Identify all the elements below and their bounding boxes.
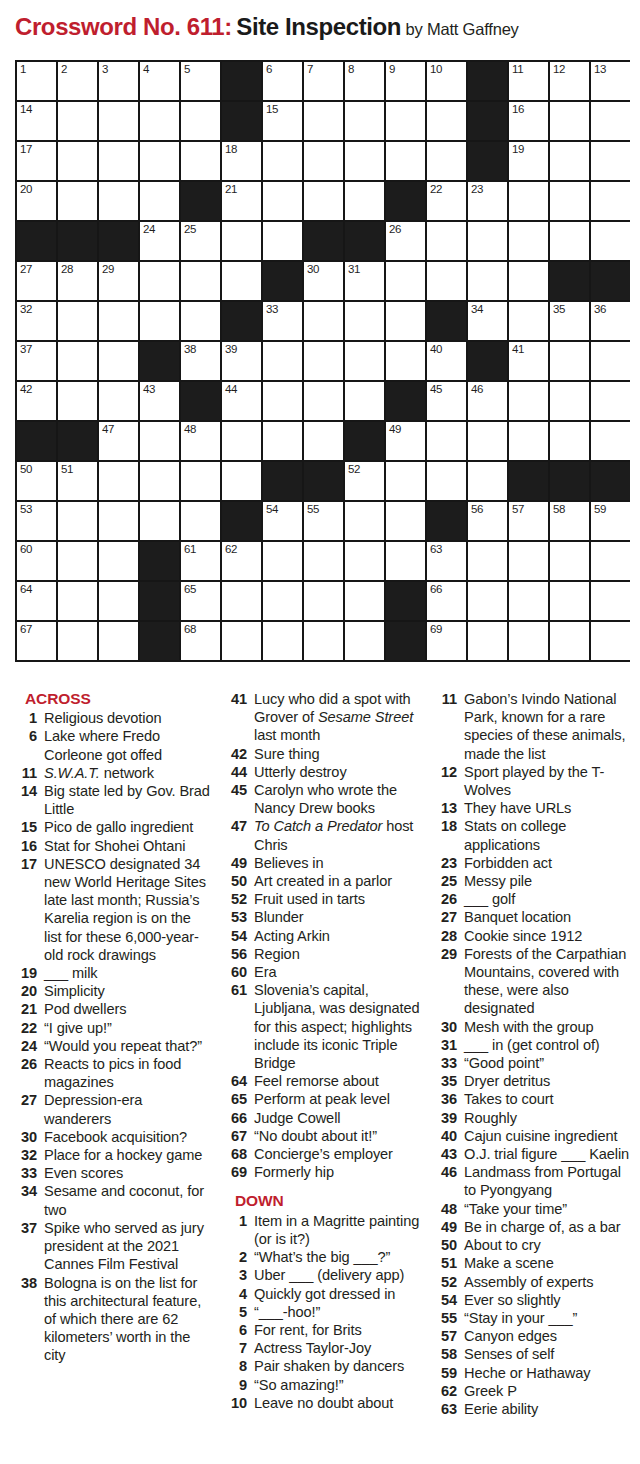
grid-cell-r9c7[interactable] xyxy=(263,382,302,420)
grid-cell-r8c5[interactable]: 38 xyxy=(181,342,220,380)
clue-text: Stat for Shohei Ohtani xyxy=(44,837,211,855)
grid-cell-r4c11[interactable]: 22 xyxy=(427,182,466,220)
grid-cell-r5c15[interactable] xyxy=(591,222,630,260)
clue-down-58: 58Senses of self xyxy=(435,1345,631,1363)
grid-cell-r6c6[interactable] xyxy=(222,262,261,300)
grid-cell-r10c7[interactable] xyxy=(263,422,302,460)
clue-number: 52 xyxy=(225,890,254,908)
grid-cell-r14c2[interactable] xyxy=(58,582,97,620)
grid-cell-r12c2[interactable] xyxy=(58,502,97,540)
grid-cell-r2c4[interactable] xyxy=(140,102,179,140)
cell-number-31: 31 xyxy=(348,263,360,275)
grid-cell-r6c9[interactable]: 31 xyxy=(345,262,384,300)
grid-cell-r10c4[interactable] xyxy=(140,422,179,460)
grid-cell-r1c8[interactable]: 7 xyxy=(304,62,343,100)
clue-down-51: 51Make a scene xyxy=(435,1254,631,1272)
grid-cell-r6c2[interactable]: 28 xyxy=(58,262,97,300)
grid-cell-r15c6[interactable] xyxy=(222,622,261,660)
grid-cell-r13c14[interactable] xyxy=(550,542,589,580)
grid-cell-r3c14[interactable] xyxy=(550,142,589,180)
grid-cell-r14c14[interactable] xyxy=(550,582,589,620)
clue-number: 27 xyxy=(15,1091,44,1109)
grid-cell-r9c12[interactable]: 46 xyxy=(468,382,507,420)
block-cell-r5c3 xyxy=(99,222,138,260)
grid-cell-r11c10[interactable] xyxy=(386,462,425,500)
byline: by Matt Gaffney xyxy=(405,20,518,38)
clue-across-64: 64Feel remorse about xyxy=(225,1072,421,1090)
grid-cell-r12c4[interactable] xyxy=(140,502,179,540)
grid-cell-r8c1[interactable]: 37 xyxy=(17,342,56,380)
clue-number: 13 xyxy=(435,799,464,817)
clue-across-37: 37Spike who served as jury president at … xyxy=(15,1219,211,1274)
clue-across-14: 14Big state led by Gov. Brad Little xyxy=(15,782,211,818)
block-cell-r2c6 xyxy=(222,102,261,140)
grid-cell-r14c12[interactable] xyxy=(468,582,507,620)
grid-cell-r3c1[interactable]: 17 xyxy=(17,142,56,180)
clue-number: 33 xyxy=(15,1164,44,1182)
grid-cell-r4c6[interactable]: 21 xyxy=(222,182,261,220)
grid-cell-r7c15[interactable]: 36 xyxy=(591,302,630,340)
clue-down-31: 31___ in (get control of) xyxy=(435,1036,631,1054)
grid-cell-r3c6[interactable]: 18 xyxy=(222,142,261,180)
grid-cell-r5c6[interactable] xyxy=(222,222,261,260)
clue-number: 65 xyxy=(225,1090,254,1108)
grid-cell-r5c11[interactable] xyxy=(427,222,466,260)
block-cell-r5c1 xyxy=(17,222,56,260)
grid-cell-r7c12[interactable]: 34 xyxy=(468,302,507,340)
grid-cell-r2c1[interactable]: 14 xyxy=(17,102,56,140)
grid-cell-r1c10[interactable]: 9 xyxy=(386,62,425,100)
cell-number-43: 43 xyxy=(143,383,155,395)
clue-across-21: 21Pod dwellers xyxy=(15,1000,211,1018)
grid-cell-r15c13[interactable] xyxy=(509,622,548,660)
clue-number: 54 xyxy=(435,1291,464,1309)
clues-section: ACROSS1Religious devotion6Lake where Fre… xyxy=(15,690,631,1418)
clue-text: Greek P xyxy=(464,1382,631,1400)
cell-number-52: 52 xyxy=(348,463,360,475)
grid-cell-r8c6[interactable]: 39 xyxy=(222,342,261,380)
grid-cell-r15c15[interactable] xyxy=(591,622,630,660)
grid-cell-r1c1[interactable]: 1 xyxy=(17,62,56,100)
grid-cell-r11c11[interactable] xyxy=(427,462,466,500)
clue-text: Region xyxy=(254,945,421,963)
grid-cell-r12c10[interactable] xyxy=(386,502,425,540)
grid-cell-r15c7[interactable] xyxy=(263,622,302,660)
grid-cell-r6c8[interactable]: 30 xyxy=(304,262,343,300)
grid-cell-r9c11[interactable]: 45 xyxy=(427,382,466,420)
grid-cell-r13c3[interactable] xyxy=(99,542,138,580)
grid-cell-r7c10[interactable] xyxy=(386,302,425,340)
grid-cell-r11c5[interactable] xyxy=(181,462,220,500)
grid-cell-r6c4[interactable] xyxy=(140,262,179,300)
grid-cell-r12c13[interactable]: 57 xyxy=(509,502,548,540)
grid-cell-r4c4[interactable] xyxy=(140,182,179,220)
clue-text: Feel remorse about xyxy=(254,1072,421,1090)
clue-number: 40 xyxy=(435,1127,464,1145)
grid-cell-r3c10[interactable] xyxy=(386,142,425,180)
grid-cell-r14c3[interactable] xyxy=(99,582,138,620)
block-cell-r15c4 xyxy=(140,622,179,660)
clue-number: 39 xyxy=(435,1109,464,1127)
grid-cell-r3c2[interactable] xyxy=(58,142,97,180)
grid-cell-r15c5[interactable]: 68 xyxy=(181,622,220,660)
grid-cell-r5c12[interactable] xyxy=(468,222,507,260)
grid-cell-r13c7[interactable] xyxy=(263,542,302,580)
grid-cell-r4c9[interactable] xyxy=(345,182,384,220)
cell-number-13: 13 xyxy=(594,63,606,75)
grid-cell-r15c11[interactable]: 69 xyxy=(427,622,466,660)
clue-column-3: 11Gabon’s Ivindo National Park, known fo… xyxy=(435,690,631,1418)
clue-number: 37 xyxy=(15,1219,44,1237)
grid-cell-r9c14[interactable] xyxy=(550,382,589,420)
cell-number-59: 59 xyxy=(594,503,606,515)
grid-cell-r12c12[interactable]: 56 xyxy=(468,502,507,540)
grid-cell-r2c13[interactable]: 16 xyxy=(509,102,548,140)
grid-cell-r12c1[interactable]: 53 xyxy=(17,502,56,540)
clue-down-57: 57Canyon edges xyxy=(435,1327,631,1345)
grid-cell-r9c4[interactable]: 43 xyxy=(140,382,179,420)
grid-cell-r9c1[interactable]: 42 xyxy=(17,382,56,420)
grid-cell-r13c8[interactable] xyxy=(304,542,343,580)
grid-cell-r10c8[interactable] xyxy=(304,422,343,460)
grid-cell-r7c14[interactable]: 35 xyxy=(550,302,589,340)
grid-cell-r9c15[interactable] xyxy=(591,382,630,420)
clue-across-65: 65Perform at peak level xyxy=(225,1090,421,1108)
clue-number: 67 xyxy=(225,1127,254,1145)
clue-text: Banquet location xyxy=(464,908,631,926)
grid-cell-r11c9[interactable]: 52 xyxy=(345,462,384,500)
clue-across-20: 20Simplicity xyxy=(15,982,211,1000)
clue-across-45: 45Carolyn who wrote the Nancy Drew books xyxy=(225,781,421,817)
grid-cell-r15c3[interactable] xyxy=(99,622,138,660)
grid-cell-r15c12[interactable] xyxy=(468,622,507,660)
grid-cell-r9c13[interactable] xyxy=(509,382,548,420)
clue-number: 47 xyxy=(225,817,254,835)
grid-cell-r1c15[interactable]: 13 xyxy=(591,62,630,100)
grid-cell-r9c8[interactable] xyxy=(304,382,343,420)
grid-cell-r9c9[interactable] xyxy=(345,382,384,420)
grid-cell-r15c9[interactable] xyxy=(345,622,384,660)
grid-cell-r7c8[interactable] xyxy=(304,302,343,340)
grid-cell-r10c13[interactable] xyxy=(509,422,548,460)
grid-cell-r1c11[interactable]: 10 xyxy=(427,62,466,100)
clue-down-36: 36Takes to court xyxy=(435,1090,631,1108)
grid-cell-r6c10[interactable] xyxy=(386,262,425,300)
grid-cell-r2c15[interactable] xyxy=(591,102,630,140)
grid-cell-r2c9[interactable] xyxy=(345,102,384,140)
grid-cell-r11c6[interactable] xyxy=(222,462,261,500)
clue-down-63: 63Eerie ability xyxy=(435,1400,631,1418)
grid-cell-r13c6[interactable]: 62 xyxy=(222,542,261,580)
grid-cell-r15c2[interactable] xyxy=(58,622,97,660)
clue-text: Art created in a parlor xyxy=(254,872,421,890)
cell-number-9: 9 xyxy=(389,63,395,75)
grid-cell-r12c9[interactable] xyxy=(345,502,384,540)
grid-cell-r13c11[interactable]: 63 xyxy=(427,542,466,580)
grid-cell-r7c5[interactable] xyxy=(181,302,220,340)
block-cell-r9c5 xyxy=(181,382,220,420)
clue-text: Make a scene xyxy=(464,1254,631,1272)
clue-down-23: 23Forbidden act xyxy=(435,854,631,872)
clue-text: They have URLs xyxy=(464,799,631,817)
grid-cell-r4c12[interactable]: 23 xyxy=(468,182,507,220)
clue-number: 16 xyxy=(15,837,44,855)
grid-cell-r12c3[interactable] xyxy=(99,502,138,540)
cell-number-27: 27 xyxy=(20,263,32,275)
grid-cell-r1c14[interactable]: 12 xyxy=(550,62,589,100)
grid-cell-r3c5[interactable] xyxy=(181,142,220,180)
block-cell-r13c4 xyxy=(140,542,179,580)
block-cell-r2c12 xyxy=(468,102,507,140)
cell-number-33: 33 xyxy=(266,303,278,315)
grid-cell-r11c1[interactable]: 50 xyxy=(17,462,56,500)
grid-cell-r6c3[interactable]: 29 xyxy=(99,262,138,300)
grid-cell-r1c2[interactable]: 2 xyxy=(58,62,97,100)
grid-cell-r5c7[interactable] xyxy=(263,222,302,260)
grid-cell-r3c13[interactable]: 19 xyxy=(509,142,548,180)
grid-cell-r5c13[interactable] xyxy=(509,222,548,260)
grid-cell-r7c2[interactable] xyxy=(58,302,97,340)
grid-cell-r12c8[interactable]: 55 xyxy=(304,502,343,540)
grid-cell-r8c11[interactable]: 40 xyxy=(427,342,466,380)
clue-text: Perform at peak level xyxy=(254,1090,421,1108)
clue-down-52: 52Assembly of experts xyxy=(435,1273,631,1291)
grid-cell-r13c15[interactable] xyxy=(591,542,630,580)
grid-cell-r12c15[interactable]: 59 xyxy=(591,502,630,540)
grid-cell-r10c10[interactable]: 49 xyxy=(386,422,425,460)
grid-cell-r14c6[interactable] xyxy=(222,582,261,620)
clue-text: For rent, for Brits xyxy=(254,1321,421,1339)
clue-text: Lake where Fredo Corleone got offed xyxy=(44,727,211,763)
grid-cell-r10c14[interactable] xyxy=(550,422,589,460)
grid-cell-r1c9[interactable]: 8 xyxy=(345,62,384,100)
grid-cell-r12c5[interactable] xyxy=(181,502,220,540)
clue-down-26: 26___ golf xyxy=(435,890,631,908)
grid-cell-r7c9[interactable] xyxy=(345,302,384,340)
grid-cell-r3c15[interactable] xyxy=(591,142,630,180)
clue-number: 62 xyxy=(435,1382,464,1400)
clue-across-60: 60Era xyxy=(225,963,421,981)
grid-cell-r5c10[interactable]: 26 xyxy=(386,222,425,260)
grid-cell-r9c3[interactable] xyxy=(99,382,138,420)
cell-number-3: 3 xyxy=(102,63,108,75)
grid-cell-r1c4[interactable]: 4 xyxy=(140,62,179,100)
grid-cell-r5c4[interactable]: 24 xyxy=(140,222,179,260)
grid-cell-r10c6[interactable] xyxy=(222,422,261,460)
grid-cell-r10c11[interactable] xyxy=(427,422,466,460)
grid-cell-r15c1[interactable]: 67 xyxy=(17,622,56,660)
clue-number: 48 xyxy=(435,1200,464,1218)
clue-down-6: 6For rent, for Brits xyxy=(225,1321,421,1339)
grid-cell-r2c5[interactable] xyxy=(181,102,220,140)
grid-cell-r6c1[interactable]: 27 xyxy=(17,262,56,300)
grid-cell-r10c3[interactable]: 47 xyxy=(99,422,138,460)
grid-cell-r4c1[interactable]: 20 xyxy=(17,182,56,220)
clue-text: About to cry xyxy=(464,1236,631,1254)
clue-text: Spike who served as jury president at th… xyxy=(44,1219,211,1274)
cell-number-57: 57 xyxy=(512,503,524,515)
grid-cell-r8c9[interactable] xyxy=(345,342,384,380)
grid-cell-r3c3[interactable] xyxy=(99,142,138,180)
clue-down-25: 25Messy pile xyxy=(435,872,631,890)
clue-across-54: 54Acting Arkin xyxy=(225,927,421,945)
grid-cell-r4c15[interactable] xyxy=(591,182,630,220)
clue-number: 54 xyxy=(225,927,254,945)
grid-cell-r2c2[interactable] xyxy=(58,102,97,140)
grid-cell-r4c8[interactable] xyxy=(304,182,343,220)
grid-cell-r12c7[interactable]: 54 xyxy=(263,502,302,540)
grid-cell-r15c8[interactable] xyxy=(304,622,343,660)
grid-cell-r13c9[interactable] xyxy=(345,542,384,580)
clue-number: 35 xyxy=(435,1072,464,1090)
grid-cell-r4c13[interactable] xyxy=(509,182,548,220)
grid-cell-r8c15[interactable] xyxy=(591,342,630,380)
block-cell-r7c6 xyxy=(222,302,261,340)
clue-number: 45 xyxy=(225,781,254,799)
grid-cell-r7c7[interactable]: 33 xyxy=(263,302,302,340)
grid-cell-r3c8[interactable] xyxy=(304,142,343,180)
clue-number: 41 xyxy=(225,690,254,708)
clue-number: 53 xyxy=(225,908,254,926)
cell-number-32: 32 xyxy=(20,303,32,315)
cell-number-22: 22 xyxy=(430,183,442,195)
grid-cell-r10c5[interactable]: 48 xyxy=(181,422,220,460)
grid-cell-r8c14[interactable] xyxy=(550,342,589,380)
cell-number-50: 50 xyxy=(20,463,32,475)
grid-cell-r10c12[interactable] xyxy=(468,422,507,460)
grid-cell-r8c10[interactable] xyxy=(386,342,425,380)
grid-cell-r13c2[interactable] xyxy=(58,542,97,580)
grid-cell-r3c7[interactable] xyxy=(263,142,302,180)
grid-cell-r2c10[interactable] xyxy=(386,102,425,140)
grid-cell-r1c7[interactable]: 6 xyxy=(263,62,302,100)
title-number: Crossword No. 611: xyxy=(15,13,232,40)
grid-cell-r11c4[interactable] xyxy=(140,462,179,500)
grid-cell-r14c5[interactable]: 65 xyxy=(181,582,220,620)
grid-cell-r1c5[interactable]: 5 xyxy=(181,62,220,100)
grid-cell-r6c13[interactable] xyxy=(509,262,548,300)
grid-cell-r1c13[interactable]: 11 xyxy=(509,62,548,100)
block-cell-r3c12 xyxy=(468,142,507,180)
grid-cell-r8c2[interactable] xyxy=(58,342,97,380)
clue-number: 11 xyxy=(15,764,44,782)
block-cell-r15c10 xyxy=(386,622,425,660)
grid-cell-r13c5[interactable]: 61 xyxy=(181,542,220,580)
grid-cell-r13c10[interactable] xyxy=(386,542,425,580)
grid-cell-r11c2[interactable]: 51 xyxy=(58,462,97,500)
grid-cell-r8c13[interactable]: 41 xyxy=(509,342,548,380)
grid-cell-r2c3[interactable] xyxy=(99,102,138,140)
clue-across-27: 27Depression-era wanderers xyxy=(15,1091,211,1127)
grid-cell-r7c1[interactable]: 32 xyxy=(17,302,56,340)
block-cell-r7c11 xyxy=(427,302,466,340)
clue-number: 30 xyxy=(435,1018,464,1036)
grid-cell-r15c14[interactable] xyxy=(550,622,589,660)
grid-cell-r5c5[interactable]: 25 xyxy=(181,222,220,260)
clue-number: 2 xyxy=(225,1248,254,1266)
grid-cell-r3c4[interactable] xyxy=(140,142,179,180)
grid-cell-r11c12[interactable] xyxy=(468,462,507,500)
clue-number: 17 xyxy=(15,855,44,873)
grid-cell-r4c2[interactable] xyxy=(58,182,97,220)
clue-number: 6 xyxy=(225,1321,254,1339)
grid-cell-r6c12[interactable] xyxy=(468,262,507,300)
cell-number-39: 39 xyxy=(225,343,237,355)
grid-cell-r14c13[interactable] xyxy=(509,582,548,620)
grid-cell-r6c5[interactable] xyxy=(181,262,220,300)
clue-text: ___ in (get control of) xyxy=(464,1036,631,1054)
grid-cell-r13c1[interactable]: 60 xyxy=(17,542,56,580)
grid-cell-r14c11[interactable]: 66 xyxy=(427,582,466,620)
across-header: ACROSS xyxy=(25,690,211,708)
grid-cell-r2c14[interactable] xyxy=(550,102,589,140)
grid-cell-r8c7[interactable] xyxy=(263,342,302,380)
block-cell-r12c6 xyxy=(222,502,261,540)
grid-cell-r2c11[interactable] xyxy=(427,102,466,140)
grid-cell-r13c13[interactable] xyxy=(509,542,548,580)
grid-cell-r14c7[interactable] xyxy=(263,582,302,620)
grid-cell-r14c1[interactable]: 64 xyxy=(17,582,56,620)
grid-cell-r3c11[interactable] xyxy=(427,142,466,180)
grid-cell-r9c6[interactable]: 44 xyxy=(222,382,261,420)
grid-cell-r13c12[interactable] xyxy=(468,542,507,580)
grid-cell-r14c9[interactable] xyxy=(345,582,384,620)
grid-cell-r2c7[interactable]: 15 xyxy=(263,102,302,140)
grid-cell-r6c11[interactable] xyxy=(427,262,466,300)
grid-cell-r7c13[interactable] xyxy=(509,302,548,340)
clue-number: 7 xyxy=(225,1339,254,1357)
grid-cell-r5c14[interactable] xyxy=(550,222,589,260)
grid-cell-r2c8[interactable] xyxy=(304,102,343,140)
clue-across-15: 15Pico de gallo ingredient xyxy=(15,818,211,836)
grid-cell-r3c9[interactable] xyxy=(345,142,384,180)
clue-text: Lucy who did a spot with Grover of Sesam… xyxy=(254,690,421,745)
clue-across-33: 33Even scores xyxy=(15,1164,211,1182)
clue-text: Stats on college applications xyxy=(464,817,631,853)
cell-number-62: 62 xyxy=(225,543,237,555)
clue-number: 11 xyxy=(435,690,464,708)
grid-cell-r8c3[interactable] xyxy=(99,342,138,380)
grid-cell-r7c3[interactable] xyxy=(99,302,138,340)
clue-across-32: 32Place for a hockey game xyxy=(15,1146,211,1164)
grid-cell-r8c8[interactable] xyxy=(304,342,343,380)
cell-number-37: 37 xyxy=(20,343,32,355)
block-cell-r4c10 xyxy=(386,182,425,220)
cell-number-67: 67 xyxy=(20,623,32,635)
block-cell-r8c12 xyxy=(468,342,507,380)
grid-cell-r14c8[interactable] xyxy=(304,582,343,620)
clue-number: 20 xyxy=(15,982,44,1000)
grid-cell-r14c15[interactable] xyxy=(591,582,630,620)
clue-down-46: 46Landmass from Portugal to Pyongyang xyxy=(435,1163,631,1199)
grid-cell-r4c7[interactable] xyxy=(263,182,302,220)
grid-cell-r4c14[interactable] xyxy=(550,182,589,220)
grid-cell-r11c3[interactable] xyxy=(99,462,138,500)
clue-number: 14 xyxy=(15,782,44,800)
grid-cell-r4c3[interactable] xyxy=(99,182,138,220)
clue-number: 1 xyxy=(225,1212,254,1230)
block-cell-r6c7 xyxy=(263,262,302,300)
cell-number-58: 58 xyxy=(553,503,565,515)
grid-cell-r9c2[interactable] xyxy=(58,382,97,420)
grid-cell-r10c15[interactable] xyxy=(591,422,630,460)
grid-cell-r7c4[interactable] xyxy=(140,302,179,340)
clue-text: “What’s the big ___?” xyxy=(254,1248,421,1266)
grid-cell-r1c3[interactable]: 3 xyxy=(99,62,138,100)
clue-text: ___ milk xyxy=(44,964,211,982)
grid-cell-r12c14[interactable]: 58 xyxy=(550,502,589,540)
clue-text: Place for a hockey game xyxy=(44,1146,211,1164)
